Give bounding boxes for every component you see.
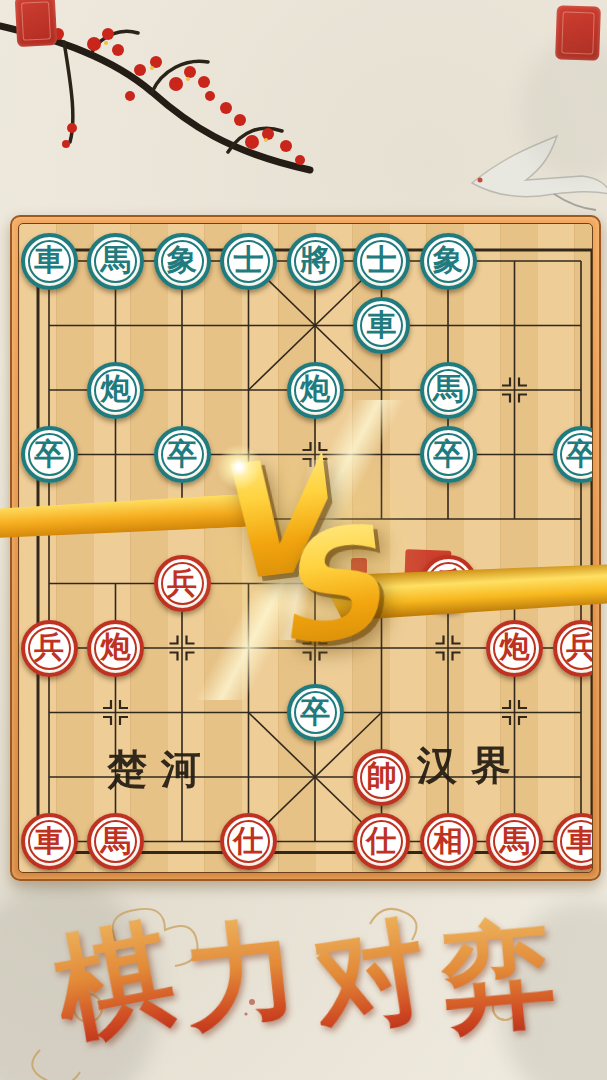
piece-glyph: 兵 bbox=[167, 568, 197, 598]
ink-wash-top-right bbox=[520, 40, 607, 180]
piece-glyph: 卒 bbox=[566, 439, 593, 469]
piece-glyph: 象 bbox=[433, 245, 463, 275]
piece-glyph: 馬 bbox=[101, 245, 131, 275]
piece-glyph: 象 bbox=[167, 245, 197, 275]
piece-red-仕[interactable]: 仕 bbox=[220, 813, 277, 870]
piece-red-車[interactable]: 車 bbox=[21, 813, 78, 870]
piece-glyph: 馬 bbox=[500, 826, 530, 856]
title-char-4: 弈 bbox=[436, 897, 561, 1057]
page-title: 棋 力 对 弈 bbox=[57, 894, 556, 1063]
piece-glyph: 車 bbox=[566, 826, 593, 856]
piece-red-馬[interactable]: 馬 bbox=[87, 813, 144, 870]
piece-black-卒[interactable]: 卒 bbox=[420, 426, 477, 483]
piece-red-炮[interactable]: 炮 bbox=[486, 620, 543, 677]
piece-glyph: 卒 bbox=[34, 439, 64, 469]
piece-black-卒[interactable]: 卒 bbox=[287, 684, 344, 741]
piece-glyph: 士 bbox=[367, 245, 397, 275]
piece-glyph: 車 bbox=[367, 310, 397, 340]
piece-red-兵[interactable]: 兵 bbox=[553, 620, 594, 677]
piece-glyph: 卒 bbox=[300, 697, 330, 727]
piece-black-士[interactable]: 士 bbox=[220, 233, 277, 290]
piece-glyph: 將 bbox=[300, 245, 330, 275]
piece-red-兵[interactable]: 兵 bbox=[21, 620, 78, 677]
piece-glyph: 兵 bbox=[34, 632, 64, 662]
piece-glyph: 仕 bbox=[367, 826, 397, 856]
red-seal-stamp-left-icon bbox=[15, 0, 58, 47]
piece-glyph: 炮 bbox=[500, 632, 530, 662]
piece-black-車[interactable]: 車 bbox=[353, 297, 410, 354]
piece-red-炮[interactable]: 炮 bbox=[87, 620, 144, 677]
piece-layer: 車馬象士將士象車炮炮馬卒卒卒卒兵兵兵炮炮兵卒帥車馬仕仕相馬車 bbox=[19, 224, 593, 873]
piece-glyph: 炮 bbox=[101, 632, 131, 662]
piece-glyph: 車 bbox=[34, 245, 64, 275]
piece-red-仕[interactable]: 仕 bbox=[353, 813, 410, 870]
piece-glyph: 馬 bbox=[433, 374, 463, 404]
piece-red-車[interactable]: 車 bbox=[553, 813, 594, 870]
piece-black-象[interactable]: 象 bbox=[420, 233, 477, 290]
xiangqi-board[interactable]: 楚河 汉界 車馬象士將士象車炮炮馬卒卒卒卒兵兵兵炮炮兵卒帥車馬仕仕相馬車 bbox=[10, 215, 601, 881]
piece-glyph: 士 bbox=[234, 245, 264, 275]
piece-red-兵[interactable]: 兵 bbox=[420, 555, 477, 612]
piece-glyph: 兵 bbox=[433, 568, 463, 598]
piece-black-炮[interactable]: 炮 bbox=[287, 362, 344, 419]
board-wood-field: 楚河 汉界 車馬象士將士象車炮炮馬卒卒卒卒兵兵兵炮炮兵卒帥車馬仕仕相馬車 bbox=[18, 223, 593, 873]
piece-glyph: 馬 bbox=[101, 826, 131, 856]
plum-blossom-art bbox=[0, 0, 340, 215]
piece-black-卒[interactable]: 卒 bbox=[154, 426, 211, 483]
piece-black-馬[interactable]: 馬 bbox=[420, 362, 477, 419]
piece-glyph: 兵 bbox=[566, 632, 593, 662]
red-seal-stamp-right-icon bbox=[555, 5, 601, 61]
piece-glyph: 炮 bbox=[101, 374, 131, 404]
piece-black-士[interactable]: 士 bbox=[353, 233, 410, 290]
title-char-1: 棋 bbox=[42, 893, 186, 1069]
piece-glyph: 帥 bbox=[367, 761, 397, 791]
piece-red-馬[interactable]: 馬 bbox=[486, 813, 543, 870]
piece-black-卒[interactable]: 卒 bbox=[21, 426, 78, 483]
piece-red-兵[interactable]: 兵 bbox=[154, 555, 211, 612]
piece-glyph: 卒 bbox=[433, 439, 463, 469]
title-char-3: 对 bbox=[303, 894, 437, 1061]
piece-black-馬[interactable]: 馬 bbox=[87, 233, 144, 290]
piece-black-炮[interactable]: 炮 bbox=[87, 362, 144, 419]
piece-black-象[interactable]: 象 bbox=[154, 233, 211, 290]
piece-red-相[interactable]: 相 bbox=[420, 813, 477, 870]
piece-red-帥[interactable]: 帥 bbox=[353, 749, 410, 806]
piece-black-卒[interactable]: 卒 bbox=[553, 426, 594, 483]
piece-glyph: 相 bbox=[433, 826, 463, 856]
piece-glyph: 車 bbox=[34, 826, 64, 856]
piece-black-車[interactable]: 車 bbox=[21, 233, 78, 290]
piece-black-將[interactable]: 將 bbox=[287, 233, 344, 290]
title-char-2: 力 bbox=[178, 894, 305, 1056]
crane-bird-art bbox=[462, 128, 607, 228]
piece-glyph: 炮 bbox=[300, 374, 330, 404]
piece-glyph: 卒 bbox=[167, 439, 197, 469]
piece-glyph: 仕 bbox=[234, 826, 264, 856]
